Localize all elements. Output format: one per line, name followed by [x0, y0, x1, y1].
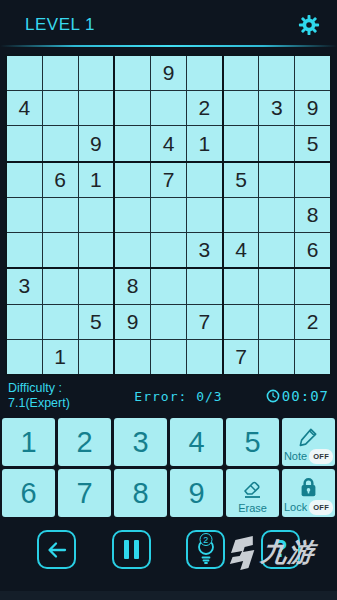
cell-r6c2[interactable] [43, 233, 78, 267]
pencil-icon [297, 425, 320, 448]
cell-r2c5[interactable] [151, 91, 186, 125]
digit-5-button[interactable]: 5 [226, 418, 279, 466]
note-button[interactable]: Note OFF [282, 418, 335, 466]
cell-r3c7[interactable] [224, 126, 259, 160]
cell-r5c9[interactable]: 8 [295, 198, 330, 232]
back-button[interactable] [37, 530, 76, 569]
cell-r8c7[interactable] [224, 305, 259, 339]
digit-6-button[interactable]: 6 [2, 469, 55, 517]
cell-r8c4[interactable]: 9 [115, 305, 150, 339]
difficulty-label: Difficulty : [8, 381, 116, 396]
cell-r2c4[interactable] [115, 91, 150, 125]
page-title: LEVEL 1 [25, 15, 298, 35]
cell-r2c2[interactable] [43, 91, 78, 125]
cell-r1c8[interactable] [259, 56, 294, 90]
board-box-4: 61 [7, 163, 113, 268]
cell-r5c4[interactable] [115, 198, 150, 232]
cell-r5c8[interactable] [259, 198, 294, 232]
cell-r3c2[interactable] [43, 126, 78, 160]
question-mark-icon: ? [273, 536, 287, 563]
digit-7-button[interactable]: 7 [58, 469, 111, 517]
cell-r1c4[interactable] [115, 56, 150, 90]
digit-8-button[interactable]: 8 [114, 469, 167, 517]
lock-state-badge: OFF [309, 500, 333, 515]
cell-r6c4[interactable] [115, 233, 150, 267]
cell-r1c7[interactable] [224, 56, 259, 90]
help-button[interactable]: ? [261, 530, 300, 569]
eraser-icon [241, 477, 265, 501]
cell-r3c8[interactable] [259, 126, 294, 160]
bottom-toolbar: 2 ? [37, 530, 300, 569]
cell-r7c7[interactable] [224, 269, 259, 303]
cell-r1c1[interactable] [7, 56, 42, 90]
cell-r6c6[interactable]: 3 [187, 233, 222, 267]
sudoku-board: 4992413956173584635189727 [5, 54, 332, 376]
lock-button[interactable]: Lock OFF [282, 469, 335, 517]
erase-button[interactable]: Erase [226, 469, 279, 517]
cell-r4c5[interactable]: 7 [151, 163, 186, 197]
digit-2-button[interactable]: 2 [58, 418, 111, 466]
cell-r5c1[interactable] [7, 198, 42, 232]
settings-gear-icon[interactable] [298, 14, 320, 36]
cell-r5c3[interactable] [79, 198, 114, 232]
cell-r2c1[interactable]: 4 [7, 91, 42, 125]
cell-r2c8[interactable]: 3 [259, 91, 294, 125]
cell-r5c2[interactable] [43, 198, 78, 232]
hint-button[interactable]: 2 [186, 530, 225, 569]
status-bar: Difficulty : 7.1(Expert) Error: 0/3 00:0… [8, 378, 329, 414]
cell-r7c3[interactable] [79, 269, 114, 303]
hint-count-badge: 2 [199, 533, 212, 546]
cell-r3c4[interactable] [115, 126, 150, 160]
cell-r3c1[interactable] [7, 126, 42, 160]
note-state-badge: OFF [309, 449, 333, 464]
bottom-strip [0, 591, 337, 600]
cell-r7c6[interactable] [187, 269, 222, 303]
cell-r1c6[interactable] [187, 56, 222, 90]
board-box-7: 351 [7, 269, 113, 374]
lock-icon [297, 476, 320, 499]
cell-r8c6[interactable]: 7 [187, 305, 222, 339]
cell-r1c9[interactable] [295, 56, 330, 90]
digit-4-button[interactable]: 4 [170, 418, 223, 466]
back-arrow-icon [45, 538, 69, 562]
cell-r9c6[interactable] [187, 340, 222, 374]
board-box-9: 27 [224, 269, 330, 374]
cell-r3c3[interactable]: 9 [79, 126, 114, 160]
cell-r1c3[interactable] [79, 56, 114, 90]
board-box-3: 395 [224, 56, 330, 161]
board-box-5: 73 [115, 163, 221, 268]
cell-r3c6[interactable]: 1 [187, 126, 222, 160]
cell-r9c9[interactable] [295, 340, 330, 374]
cell-r8c3[interactable]: 5 [79, 305, 114, 339]
cell-r9c5[interactable] [151, 340, 186, 374]
cell-r3c9[interactable]: 5 [295, 126, 330, 160]
cell-r4c8[interactable] [259, 163, 294, 197]
cell-r6c1[interactable] [7, 233, 42, 267]
cell-r7c8[interactable] [259, 269, 294, 303]
cell-r6c5[interactable] [151, 233, 186, 267]
header-divider [0, 45, 337, 47]
timer-value: 00:07 [282, 388, 329, 404]
board-box-1: 49 [7, 56, 113, 161]
error-counter: Error: 0/3 [116, 389, 241, 404]
cell-r2c3[interactable] [79, 91, 114, 125]
cell-r8c8[interactable] [259, 305, 294, 339]
difficulty-value: 7.1(Expert) [8, 396, 116, 411]
header: LEVEL 1 [0, 0, 337, 45]
board-box-8: 897 [115, 269, 221, 374]
cell-r1c5[interactable]: 9 [151, 56, 186, 90]
cell-r9c1[interactable] [7, 340, 42, 374]
number-pad: 1 2 3 4 5 Note OFF 6 7 8 9 Erase [2, 418, 335, 517]
cell-r7c5[interactable] [151, 269, 186, 303]
cell-r6c3[interactable] [79, 233, 114, 267]
cell-r4c7[interactable]: 5 [224, 163, 259, 197]
cell-r9c4[interactable] [115, 340, 150, 374]
cell-r7c2[interactable] [43, 269, 78, 303]
cell-r4c3[interactable]: 1 [79, 163, 114, 197]
cell-r4c6[interactable] [187, 163, 222, 197]
cell-r8c9[interactable]: 2 [295, 305, 330, 339]
cell-r8c2[interactable] [43, 305, 78, 339]
cell-r2c6[interactable]: 2 [187, 91, 222, 125]
cell-r4c1[interactable] [7, 163, 42, 197]
cell-r5c6[interactable] [187, 198, 222, 232]
cell-r1c2[interactable] [43, 56, 78, 90]
digit-1-button[interactable]: 1 [2, 418, 55, 466]
digit-3-button[interactable]: 3 [114, 418, 167, 466]
cell-r8c5[interactable] [151, 305, 186, 339]
difficulty-text: Difficulty : 7.1(Expert) [8, 381, 116, 411]
cell-r7c9[interactable] [295, 269, 330, 303]
cell-r6c7[interactable]: 4 [224, 233, 259, 267]
cell-r5c7[interactable] [224, 198, 259, 232]
note-label: Note [284, 450, 307, 463]
cell-r4c4[interactable] [115, 163, 150, 197]
cell-r7c1[interactable]: 3 [7, 269, 42, 303]
cell-r6c8[interactable] [259, 233, 294, 267]
digit-9-button[interactable]: 9 [170, 469, 223, 517]
clock-icon [266, 389, 280, 403]
sudoku-app-screen: LEVEL 1 4992413956173584635189727 [0, 0, 337, 600]
cell-r9c8[interactable] [259, 340, 294, 374]
cell-r7c4[interactable]: 8 [115, 269, 150, 303]
cell-r4c9[interactable] [295, 163, 330, 197]
cell-r2c9[interactable]: 9 [295, 91, 330, 125]
timer: 00:07 [241, 388, 329, 404]
erase-label: Erase [238, 502, 267, 515]
cell-r4c2[interactable]: 6 [43, 163, 78, 197]
cell-r2c7[interactable] [224, 91, 259, 125]
pause-icon [124, 540, 139, 559]
cell-r5c5[interactable] [151, 198, 186, 232]
cell-r9c3[interactable] [79, 340, 114, 374]
cell-r9c2[interactable]: 1 [43, 340, 78, 374]
pause-button[interactable] [112, 530, 151, 569]
cell-r6c9[interactable]: 6 [295, 233, 330, 267]
cell-r9c7[interactable]: 7 [224, 340, 259, 374]
cell-r3c5[interactable]: 4 [151, 126, 186, 160]
board-box-2: 9241 [115, 56, 221, 161]
board-box-6: 5846 [224, 163, 330, 268]
lock-label: Lock [284, 501, 307, 514]
cell-r8c1[interactable] [7, 305, 42, 339]
